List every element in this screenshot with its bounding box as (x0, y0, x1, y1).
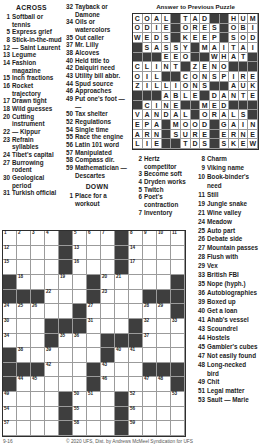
answer-letter: S (212, 24, 217, 31)
puzzle-cell-r8c1[interactable]: 34 (3, 334, 17, 349)
puzzle-cell-r8c7[interactable] (87, 334, 101, 349)
crossword-puzzle-grid[interactable]: 1234567891011121314151617181920212223242… (2, 230, 186, 437)
down-clues-column-left: 2Hertz competitor3Become soft4Dryden wor… (133, 155, 194, 216)
puzzle-cell-r14c6[interactable]: 58 (73, 421, 87, 436)
puzzle-cell-r11c4[interactable] (45, 377, 59, 392)
clue-text: Chit (207, 378, 259, 387)
puzzle-cell-r3c6[interactable]: 16 (73, 260, 87, 275)
puzzle-cell-r4c8[interactable]: 20 (101, 275, 115, 290)
puzzle-cell-r13c1[interactable]: 54 (3, 407, 17, 422)
clue-text: Single time (75, 126, 130, 134)
puzzle-cell-r3c13[interactable] (171, 260, 185, 275)
puzzle-cell-r8c12[interactable] (157, 334, 171, 349)
puzzle-cell-r6c7[interactable]: 27 (87, 304, 101, 319)
puzzle-cell-r13c7[interactable] (87, 407, 101, 422)
puzzle-cell-r5c6[interactable] (73, 290, 87, 305)
answer-cell-r12c2: P (143, 120, 153, 130)
cell-number: 20 (102, 275, 107, 280)
puzzle-cell-r4c5[interactable]: 19 (59, 275, 73, 290)
clue-number: 49 (196, 378, 205, 387)
answer-letter: C (183, 73, 188, 80)
puzzle-cell-r5c5[interactable] (59, 290, 73, 305)
puzzle-cell-r3c2[interactable] (17, 260, 31, 275)
puzzle-cell-r13c8[interactable] (101, 407, 115, 422)
puzzle-cell-r11c12[interactable]: 48 (157, 377, 171, 392)
answer-letter: I (223, 44, 225, 51)
puzzle-cell-r6c1[interactable]: 24 (3, 304, 17, 319)
puzzle-cell-r8c5[interactable]: 35 (59, 334, 73, 349)
clue-across-44: 44Spud source (64, 80, 130, 88)
clue-down-41: 41Ahab's vessel (196, 316, 259, 325)
puzzle-cell-r11c10[interactable] (129, 377, 143, 392)
puzzle-cell-r2c6[interactable]: 13 (73, 246, 87, 261)
clue-text: Mathematician — Descartes (75, 164, 130, 179)
puzzle-cell-r6c4[interactable] (45, 304, 59, 319)
answer-letter: E (164, 24, 169, 31)
clue-across-43: 43Utility bill abbr. (64, 72, 130, 80)
answer-cell-r6c12-black (239, 62, 249, 72)
puzzle-cell-r11c8[interactable]: 46 (101, 377, 115, 392)
puzzle-cell-r11c3[interactable]: 45 (31, 377, 45, 392)
answer-cell-r13c2: R (143, 130, 153, 140)
cell-number: 26 (32, 304, 37, 309)
puzzle-cell-r11c5[interactable] (59, 377, 73, 392)
puzzle-cell-r1c11[interactable]: 9 (143, 231, 157, 246)
answer-cell-r6c2: L (143, 62, 153, 72)
puzzle-cell-r7c9[interactable] (115, 319, 129, 334)
puzzle-cell-r13c10[interactable]: 56 (129, 407, 143, 422)
clue-down-9: 9Viking name (196, 164, 259, 173)
answer-letter: L (164, 15, 168, 22)
answer-letter: E (193, 34, 198, 41)
clue-text: Sault — Marie (207, 396, 259, 405)
answer-cell-r14c3: E (152, 139, 162, 149)
answer-letter: E (173, 53, 178, 60)
puzzle-cell-r14c13[interactable] (171, 421, 185, 436)
answer-cell-r8c7: N (191, 82, 201, 92)
puzzle-cell-r12c6[interactable]: 50 (73, 392, 87, 407)
clue-number: 28 (196, 253, 205, 262)
puzzle-cell-r6c2[interactable]: 25 (17, 304, 31, 319)
cell-number: 59 (130, 421, 135, 426)
puzzle-cell-r2c4[interactable] (45, 246, 59, 261)
answer-cell-r9c3-black (152, 91, 162, 101)
answer-letter: W (249, 140, 256, 147)
answer-letter: S (173, 131, 178, 138)
puzzle-cell-r2c2[interactable] (17, 246, 31, 261)
answer-cell-r8c12: U (239, 82, 249, 92)
puzzle-cell-r3c3[interactable] (31, 260, 45, 275)
answer-letter: E (145, 34, 150, 41)
puzzle-cell-r7c3[interactable] (31, 319, 45, 334)
puzzle-cell-r12c8[interactable] (101, 392, 115, 407)
puzzle-cell-r3c11[interactable] (143, 260, 157, 275)
clue-number: 18 (1, 105, 10, 113)
answer-cell-r1c3: A (152, 14, 162, 24)
clue-down-5: 5Twitch (133, 186, 194, 194)
answer-letter: P (145, 121, 150, 128)
puzzle-cell-r7c2[interactable] (17, 319, 31, 334)
puzzle-cell-r11c13-black (171, 377, 185, 392)
answer-cell-r13c8: E (200, 130, 210, 140)
puzzle-cell-r14c7[interactable] (87, 421, 101, 436)
answer-cell-r7c5-black (171, 72, 181, 82)
puzzle-cell-r6c13-black (171, 304, 185, 319)
clue-down-44: 44Hostels (196, 334, 259, 343)
clue-number: 10 (196, 173, 205, 191)
answer-cell-r7c8: N (200, 72, 210, 82)
puzzle-cell-r4c2[interactable]: 18 (17, 275, 31, 290)
clue-down-39: 39Boxed up (196, 298, 259, 307)
puzzle-cell-r3c12[interactable] (157, 260, 171, 275)
puzzle-cell-r4c4[interactable] (45, 275, 59, 290)
clue-across-35: 35Out caller (64, 34, 130, 42)
puzzle-cell-r1c1[interactable]: 1 (3, 231, 17, 246)
puzzle-cell-r3c5-black (59, 260, 73, 275)
puzzle-cell-r3c8[interactable] (101, 260, 115, 275)
clue-down-1: 1Place for a workout (64, 192, 130, 207)
puzzle-cell-r3c4[interactable] (45, 260, 59, 275)
puzzle-cell-r4c10[interactable] (129, 275, 143, 290)
puzzle-cell-r2c7[interactable] (87, 246, 101, 261)
answer-letter: O (192, 121, 197, 128)
puzzle-cell-r12c10[interactable]: 52 (129, 392, 143, 407)
puzzle-cell-r6c5[interactable] (59, 304, 73, 319)
clue-across-57: 57Manipulated (64, 149, 130, 157)
puzzle-cell-r6c12[interactable]: 29 (157, 304, 171, 319)
puzzle-cell-r12c2[interactable] (17, 392, 31, 407)
answer-letter: O (183, 53, 188, 60)
puzzle-cell-r10c9[interactable] (115, 363, 129, 378)
puzzle-cell-r9c10[interactable]: 41 (129, 348, 143, 363)
puzzle-cell-r10c5[interactable] (59, 363, 73, 378)
answer-letter: A (144, 111, 149, 118)
clue-number: 23 (1, 136, 10, 151)
clue-across-37: 37Mr. Lilly (64, 41, 130, 49)
clue-text: Mr. Lilly (75, 41, 130, 49)
answer-letter: W (134, 34, 141, 41)
clue-number: 13 (1, 51, 10, 59)
puzzle-cell-r7c10-black (129, 319, 143, 334)
puzzle-cell-r9c9[interactable]: 40 (115, 348, 129, 363)
clue-across-23: 23Refrain syllables (1, 136, 62, 151)
answer-letter: L (164, 82, 168, 89)
clue-number: 37 (64, 41, 73, 49)
puzzle-cell-r12c12[interactable] (157, 392, 171, 407)
puzzle-cell-r12c4[interactable] (45, 392, 59, 407)
puzzle-cell-r3c10[interactable]: 17 (129, 260, 143, 275)
answer-cell-r13c11: R (229, 130, 239, 140)
answer-cell-r5c9: W (210, 53, 220, 63)
puzzle-cell-r11c1-black (3, 377, 17, 392)
answer-letter: P (212, 34, 217, 41)
puzzle-cell-r1c8[interactable]: 7 (101, 231, 115, 246)
puzzle-cell-r6c8[interactable] (101, 304, 115, 319)
puzzle-cell-r10c4[interactable]: 42 (45, 363, 59, 378)
puzzle-cell-r1c10[interactable]: 8 (129, 231, 143, 246)
answer-letter: S (231, 34, 236, 41)
puzzle-cell-r8c2[interactable] (17, 334, 31, 349)
answer-cell-r2c9: S (210, 24, 220, 34)
clue-text: Fashion magazine (12, 59, 62, 74)
puzzle-cell-r7c12[interactable] (157, 319, 171, 334)
cell-number: 29 (158, 304, 163, 309)
puzzle-cell-r7c1[interactable]: 30 (3, 319, 17, 334)
puzzle-cell-r13c3[interactable] (31, 407, 45, 422)
puzzle-cell-r10c1-black (3, 363, 17, 378)
answer-letter: S (202, 82, 207, 89)
puzzle-cell-r10c10[interactable] (129, 363, 143, 378)
answer-cell-r12c1: E (133, 120, 143, 130)
puzzle-cell-r14c4[interactable] (45, 421, 59, 436)
answer-cell-r12c6: O (181, 120, 191, 130)
puzzle-cell-r7c8[interactable] (101, 319, 115, 334)
puzzle-cell-r10c8[interactable]: 43 (101, 363, 115, 378)
clue-across-13: 13Legume (1, 51, 62, 59)
answer-cell-r9c5: B (171, 91, 181, 101)
puzzle-cell-r5c11-black (143, 290, 157, 305)
answer-cell-r5c8-black (200, 53, 210, 63)
puzzle-cell-r14c12[interactable] (157, 421, 171, 436)
puzzle-cell-r1c2[interactable]: 2 (17, 231, 31, 246)
clue-text: Race the engine (75, 133, 130, 141)
puzzle-cell-r6c11[interactable]: 28 (143, 304, 157, 319)
answer-cell-r5c7-black (191, 53, 201, 63)
across-clues-column: ACROSS 1Softball or tennis5Express grief… (1, 3, 62, 197)
puzzle-cell-r9c5[interactable] (59, 348, 73, 363)
answer-cell-r6c1: C (133, 62, 143, 72)
puzzle-cell-r6c3[interactable]: 26 (31, 304, 45, 319)
puzzle-cell-r14c2[interactable] (17, 421, 31, 436)
answer-cell-r11c5: A (171, 110, 181, 120)
puzzle-cell-r2c11[interactable] (143, 246, 157, 261)
clue-across-56: 56Latin 101 word (64, 141, 130, 149)
answer-cell-r13c9-black (210, 130, 220, 140)
clue-across-27: 27Burrowing rodent (1, 159, 62, 174)
puzzle-cell-r2c3[interactable] (31, 246, 45, 261)
puzzle-cell-r11c11[interactable]: 47 (143, 377, 157, 392)
puzzle-cell-r13c2[interactable] (17, 407, 31, 422)
puzzle-cell-r1c7[interactable]: 6 (87, 231, 101, 246)
puzzle-cell-r4c11[interactable] (143, 275, 157, 290)
answer-letter: L (145, 63, 149, 70)
answer-cell-r1c6: T (181, 14, 191, 24)
puzzle-cell-r7c11[interactable]: 32 (143, 319, 157, 334)
answer-cell-r3c3: D (152, 33, 162, 43)
clue-number: 24 (196, 218, 205, 227)
puzzle-cell-r10c6[interactable] (73, 363, 87, 378)
clue-text: Turkish official (12, 189, 62, 197)
puzzle-cell-r8c3[interactable] (31, 334, 45, 349)
puzzle-cell-r3c7[interactable] (87, 260, 101, 275)
puzzle-cell-r1c12[interactable]: 10 (157, 231, 171, 246)
answer-cell-r1c12: U (239, 14, 249, 24)
answer-letter: S (241, 111, 246, 118)
puzzle-cell-r13c12[interactable] (157, 407, 171, 422)
puzzle-cell-r12c1[interactable]: 49 (3, 392, 17, 407)
puzzle-cell-r6c10[interactable] (129, 304, 143, 319)
clue-text: Not easily found (207, 352, 259, 361)
clue-number: 5 (133, 186, 142, 194)
clue-text: Regulations (75, 118, 130, 126)
answer-letter: M (202, 44, 208, 51)
puzzle-cell-r13c11[interactable] (143, 407, 157, 422)
puzzle-cell-r6c9[interactable] (115, 304, 129, 319)
puzzle-cell-r1c3[interactable]: 3 (31, 231, 45, 246)
puzzle-cell-r5c9[interactable] (115, 290, 129, 305)
answer-cell-r11c3: N (152, 110, 162, 120)
puzzle-cell-r2c8[interactable] (101, 246, 115, 261)
puzzle-cell-r4c9[interactable]: 21 (115, 275, 129, 290)
answer-cell-r9c2-black (143, 91, 153, 101)
answer-letter: S (173, 44, 178, 51)
puzzle-cell-r8c8-black (101, 334, 115, 349)
answer-cell-r4c4: S (162, 43, 172, 53)
puzzle-cell-r12c13[interactable]: 53 (171, 392, 185, 407)
answer-cell-r3c13: D (248, 33, 258, 43)
puzzle-cell-r2c12[interactable] (157, 246, 171, 261)
puzzle-cell-r7c13[interactable]: 33 (171, 319, 185, 334)
answer-cell-r4c5: S (171, 43, 181, 53)
clue-number: 27 (196, 244, 205, 253)
puzzle-cell-r2c13[interactable] (171, 246, 185, 261)
answer-letter: E (202, 34, 207, 41)
puzzle-cell-r14c1[interactable]: 57 (3, 421, 17, 436)
cell-number: 32 (144, 319, 149, 324)
answer-letter: R (212, 111, 217, 118)
clue-number: 32 (64, 3, 73, 18)
puzzle-cell-r9c11[interactable] (143, 348, 157, 363)
answer-letter: M (250, 15, 256, 22)
clue-down-36: 36Autobiographies (196, 289, 259, 298)
puzzle-cell-r3c1[interactable]: 15 (3, 260, 17, 275)
puzzle-cell-r1c13[interactable]: 11 (171, 231, 185, 246)
puzzle-cell-r12c11[interactable] (143, 392, 157, 407)
clue-number: 4 (133, 178, 142, 186)
answer-cell-r13c4-black (162, 130, 172, 140)
answer-cell-r6c10: O (220, 62, 230, 72)
answer-letter: I (156, 24, 158, 31)
clue-down-27: 27Mountain passes (196, 244, 259, 253)
puzzle-cell-r4c3[interactable] (31, 275, 45, 290)
puzzle-cell-r1c4[interactable]: 4 (45, 231, 59, 246)
answer-cell-r5c10: H (220, 53, 230, 63)
puzzle-cell-r9c7[interactable] (87, 348, 101, 363)
puzzle-cell-r9c3[interactable] (31, 348, 45, 363)
answer-cell-r4c9: A (210, 43, 220, 53)
clue-text: Utility bill abbr. (75, 72, 130, 80)
puzzle-cell-r10c3-black (31, 363, 45, 378)
puzzle-cell-r14c10[interactable]: 59 (129, 421, 143, 436)
cell-number: 31 (88, 319, 93, 324)
answer-letter: T (241, 53, 245, 60)
cell-number: 25 (18, 304, 23, 309)
puzzle-cell-r9c13[interactable] (171, 348, 185, 363)
clue-text: Inch fractions (12, 74, 62, 82)
answer-letter: R (231, 131, 236, 138)
puzzle-cell-r9c12[interactable] (157, 348, 171, 363)
puzzle-cell-r9c6[interactable] (73, 348, 87, 363)
puzzle-cell-r9c4[interactable]: 39 (45, 348, 59, 363)
puzzle-cell-r12c3[interactable] (31, 392, 45, 407)
cell-number: 58 (74, 421, 79, 426)
puzzle-cell-r5c4[interactable]: 22 (45, 290, 59, 305)
clue-number: 43 (64, 72, 73, 80)
puzzle-cell-r13c13[interactable] (171, 407, 185, 422)
puzzle-cell-r4c6[interactable] (73, 275, 87, 290)
answer-cell-r9c13: E (248, 91, 258, 101)
puzzle-cell-r2c10[interactable]: 14 (129, 246, 143, 261)
clue-number: 20 (1, 113, 10, 128)
puzzle-cell-r2c1[interactable]: 12 (3, 246, 17, 261)
answer-letter: Z (135, 82, 139, 89)
puzzle-cell-r13c4[interactable] (45, 407, 59, 422)
clue-across-14: 14Fashion magazine (1, 59, 62, 74)
clue-text: Stick-in-the-mud (12, 36, 62, 44)
cell-number: 44 (18, 377, 23, 382)
clue-text: Rocket trajectory (12, 82, 62, 97)
clue-across-16: 16Rocket trajectory (1, 82, 62, 97)
puzzle-cell-r5c10[interactable] (129, 290, 143, 305)
puzzle-cell-r14c8[interactable] (101, 421, 115, 436)
answer-cell-r14c8: S (200, 139, 210, 149)
puzzle-cell-r5c8[interactable]: 23 (101, 290, 115, 305)
puzzle-cell-r7c5-black (59, 319, 73, 334)
puzzle-cell-r14c3[interactable] (31, 421, 45, 436)
answer-cell-r8c2: I (143, 82, 153, 92)
clue-down-51: 51Legal matter (196, 387, 259, 396)
puzzle-cell-r13c6[interactable]: 55 (73, 407, 87, 422)
puzzle-cell-r11c2[interactable]: 44 (17, 377, 31, 392)
puzzle-cell-r14c11[interactable] (143, 421, 157, 436)
clue-number: 42 (64, 64, 73, 72)
puzzle-cell-r12c7[interactable]: 51 (87, 392, 101, 407)
answer-cell-r14c11: K (229, 139, 239, 149)
clue-across-18: 18Wild guesses (1, 105, 62, 113)
answer-cell-r7c7: O (191, 72, 201, 82)
answer-letter: I (175, 82, 177, 89)
puzzle-cell-r11c9[interactable] (115, 377, 129, 392)
answer-letter: S (212, 73, 217, 80)
puzzle-cell-r9c2[interactable]: 38 (17, 348, 31, 363)
clue-number: 51 (196, 387, 205, 396)
answer-letter: B (173, 92, 178, 99)
answer-letter: W (211, 53, 218, 60)
down-clues-2-7: 2Hertz competitor3Become soft4Dryden wor… (133, 155, 194, 216)
puzzle-cell-r8c6[interactable]: 36 (73, 334, 87, 349)
puzzle-cell-r10c12-black (157, 363, 171, 378)
clue-down-29: 29Vex (196, 262, 259, 271)
clue-text: Gambler's cubes (207, 343, 259, 352)
puzzle-cell-r1c6[interactable]: 5 (73, 231, 87, 246)
puzzle-cell-r8c11[interactable]: 37 (143, 334, 157, 349)
clue-text: Legume (12, 51, 62, 59)
cell-number: 36 (74, 334, 79, 339)
answer-cell-r11c6: L (181, 110, 191, 120)
answer-cell-r2c5-black (171, 24, 181, 34)
puzzle-cell-r13c9-black (115, 407, 129, 422)
answer-letter: Z (193, 63, 197, 70)
puzzle-cell-r8c13[interactable] (171, 334, 185, 349)
clue-down-19: 19Jungle snake (196, 200, 259, 209)
answer-letter: M (173, 121, 179, 128)
puzzle-cell-r4c12[interactable] (157, 275, 171, 290)
puzzle-cell-r11c6[interactable] (73, 377, 87, 392)
clue-text: Softball or tennis (12, 13, 62, 28)
answer-cell-r9c11: N (229, 91, 239, 101)
puzzle-cell-r7c7[interactable]: 31 (87, 319, 101, 334)
puzzle-cell-r1c5-black (59, 231, 73, 246)
